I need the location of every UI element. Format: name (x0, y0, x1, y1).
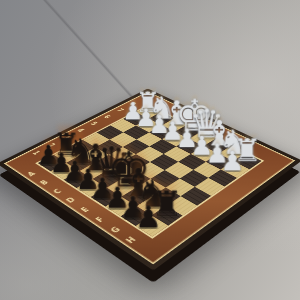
piece-silver-pawn: ♟ (221, 148, 241, 175)
piece-black-pawn: ♟ (135, 202, 158, 232)
scene-photo: ABCDEFGH 87654321 ♜♞♝♚♛♝♞♜♟♟♟♟♟♟♟♟♜♞♝♛♚♝… (0, 0, 300, 300)
